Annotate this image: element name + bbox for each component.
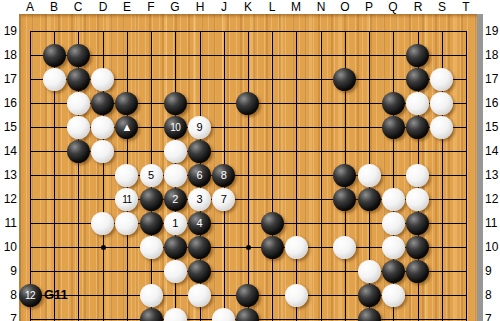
go-diagram: G11 ABCDEFGHJKLMNOPQRST19191818171716161… <box>0 0 500 321</box>
row-label-left-8: 8 <box>0 287 17 303</box>
column-label-D: D <box>94 1 112 14</box>
grid-line-vertical <box>296 31 297 321</box>
stone-P8[interactable] <box>358 284 381 307</box>
stone-O17[interactable] <box>333 68 356 91</box>
row-label-right-19: 19 <box>485 23 500 39</box>
stone-R16[interactable] <box>406 92 429 115</box>
stone-S16[interactable] <box>430 92 453 115</box>
column-label-A: A <box>21 1 39 14</box>
row-label-right-15: 15 <box>485 119 500 135</box>
stone-S17[interactable] <box>430 68 453 91</box>
stone-E11[interactable] <box>115 212 138 235</box>
row-label-right-11: 11 <box>485 215 500 231</box>
stone-M10[interactable] <box>285 236 308 259</box>
column-label-H: H <box>191 1 209 14</box>
stone-number: 10 <box>164 116 187 139</box>
row-label-left-18: 18 <box>0 47 17 63</box>
stone-R12[interactable] <box>406 188 429 211</box>
stone-number: 2 <box>164 188 187 211</box>
stone-J13[interactable]: 8 <box>212 164 235 187</box>
stone-number: 11 <box>115 188 138 211</box>
stone-O10[interactable] <box>333 236 356 259</box>
stone-B18[interactable] <box>43 44 66 67</box>
stone-R11[interactable] <box>406 212 429 235</box>
stone-Q15[interactable] <box>382 116 405 139</box>
stone-D15[interactable] <box>91 116 114 139</box>
stone-E16[interactable] <box>115 92 138 115</box>
stone-G10[interactable] <box>164 236 187 259</box>
star-point <box>246 245 251 250</box>
stone-P9[interactable] <box>358 260 381 283</box>
triangle-mark-icon: ▲ <box>115 116 138 139</box>
stone-C18[interactable] <box>67 44 90 67</box>
stone-D11[interactable] <box>91 212 114 235</box>
column-label-T: T <box>457 1 475 14</box>
stone-Q10[interactable] <box>382 236 405 259</box>
stone-H11[interactable]: 4 <box>188 212 211 235</box>
star-point <box>101 245 106 250</box>
stone-Q8[interactable] <box>382 284 405 307</box>
stone-Q9[interactable] <box>382 260 405 283</box>
column-label-J: J <box>215 1 233 14</box>
row-label-left-10: 10 <box>0 239 17 255</box>
stone-number: 9 <box>188 116 211 139</box>
stone-P12[interactable] <box>358 188 381 211</box>
row-label-left-12: 12 <box>0 191 17 207</box>
stone-R15[interactable] <box>406 116 429 139</box>
stone-H13[interactable]: 6 <box>188 164 211 187</box>
grid-line-vertical <box>248 31 249 321</box>
stone-D14[interactable] <box>91 140 114 163</box>
stone-G12[interactable]: 2 <box>164 188 187 211</box>
stone-F10[interactable] <box>140 236 163 259</box>
stone-F13[interactable]: 5 <box>140 164 163 187</box>
grid-line-vertical <box>466 31 467 321</box>
stone-H9[interactable] <box>188 260 211 283</box>
grid-line-horizontal <box>30 55 467 56</box>
row-label-right-8: 8 <box>485 287 500 303</box>
stone-K8[interactable] <box>236 284 259 307</box>
stone-Q12[interactable] <box>382 188 405 211</box>
stone-M8[interactable] <box>285 284 308 307</box>
column-label-P: P <box>360 1 378 14</box>
row-label-right-16: 16 <box>485 95 500 111</box>
stone-H10[interactable] <box>188 236 211 259</box>
row-label-left-11: 11 <box>0 215 17 231</box>
board-edge-shadow <box>477 14 483 321</box>
stone-number: 1 <box>164 212 187 235</box>
stone-C15[interactable] <box>67 116 90 139</box>
stone-H12[interactable]: 3 <box>188 188 211 211</box>
stone-E13[interactable] <box>115 164 138 187</box>
stone-number: 7 <box>212 188 235 211</box>
stone-D17[interactable] <box>91 68 114 91</box>
stone-B17[interactable] <box>43 68 66 91</box>
column-label-C: C <box>69 1 87 14</box>
row-label-left-15: 15 <box>0 119 17 135</box>
row-label-right-7: 7 <box>485 311 500 321</box>
row-label-right-12: 12 <box>485 191 500 207</box>
stone-O13[interactable] <box>333 164 356 187</box>
column-label-R: R <box>409 1 427 14</box>
stone-number: 4 <box>188 212 211 235</box>
stone-R9[interactable] <box>406 260 429 283</box>
column-label-B: B <box>45 1 63 14</box>
stone-G14[interactable] <box>164 140 187 163</box>
stone-number: 12 <box>19 284 42 307</box>
stone-E12[interactable]: 11 <box>115 188 138 211</box>
grid-line-vertical <box>30 31 31 321</box>
column-label-L: L <box>263 1 281 14</box>
column-label-G: G <box>166 1 184 14</box>
grid-line-horizontal <box>30 175 467 176</box>
stone-F11[interactable] <box>140 212 163 235</box>
row-label-left-7: 7 <box>0 311 17 321</box>
stone-L11[interactable] <box>261 212 284 235</box>
grid-line-vertical <box>321 31 322 321</box>
stone-D16[interactable] <box>91 92 114 115</box>
stone-C14[interactable] <box>67 140 90 163</box>
stone-H15[interactable]: 9 <box>188 116 211 139</box>
row-label-right-13: 13 <box>485 167 500 183</box>
stone-G15[interactable]: 10 <box>164 116 187 139</box>
row-label-right-9: 9 <box>485 263 500 279</box>
stone-J12[interactable]: 7 <box>212 188 235 211</box>
stone-H14[interactable] <box>188 140 211 163</box>
column-label-K: K <box>239 1 257 14</box>
column-label-O: O <box>336 1 354 14</box>
row-label-right-17: 17 <box>485 71 500 87</box>
row-label-left-13: 13 <box>0 167 17 183</box>
stone-H8[interactable] <box>188 284 211 307</box>
stone-K16[interactable] <box>236 92 259 115</box>
grid-line-vertical <box>272 31 273 321</box>
stone-number: 3 <box>188 188 211 211</box>
column-label-Q: Q <box>384 1 402 14</box>
stone-C17[interactable] <box>67 68 90 91</box>
stone-R18[interactable] <box>406 44 429 67</box>
stone-F12[interactable] <box>140 188 163 211</box>
stone-A8[interactable]: 12 <box>19 284 42 307</box>
stone-R10[interactable] <box>406 236 429 259</box>
stone-O12[interactable] <box>333 188 356 211</box>
stone-L10[interactable] <box>261 236 284 259</box>
stone-C16[interactable] <box>67 92 90 115</box>
stone-F8[interactable] <box>140 284 163 307</box>
row-label-left-14: 14 <box>0 143 17 159</box>
stone-number: 8 <box>212 164 235 187</box>
column-label-S: S <box>433 1 451 14</box>
stone-E15[interactable]: ▲ <box>115 116 138 139</box>
stone-R13[interactable] <box>406 164 429 187</box>
column-label-F: F <box>142 1 160 14</box>
column-label-M: M <box>287 1 305 14</box>
row-label-left-16: 16 <box>0 95 17 111</box>
stone-S15[interactable] <box>430 116 453 139</box>
stone-Q11[interactable] <box>382 212 405 235</box>
stone-G9[interactable] <box>164 260 187 283</box>
row-label-left-17: 17 <box>0 71 17 87</box>
column-label-E: E <box>118 1 136 14</box>
stone-P13[interactable] <box>358 164 381 187</box>
row-label-right-14: 14 <box>485 143 500 159</box>
stone-number: 6 <box>188 164 211 187</box>
row-label-left-19: 19 <box>0 23 17 39</box>
row-label-right-18: 18 <box>485 47 500 63</box>
stone-G11[interactable]: 1 <box>164 212 187 235</box>
grid-line-horizontal <box>30 31 467 32</box>
row-label-left-9: 9 <box>0 263 17 279</box>
stone-G16[interactable] <box>164 92 187 115</box>
stone-number: 5 <box>140 164 163 187</box>
row-label-right-10: 10 <box>485 239 500 255</box>
stone-G13[interactable] <box>164 164 187 187</box>
stone-Q16[interactable] <box>382 92 405 115</box>
move-note-text: G11 <box>44 287 78 303</box>
stone-R17[interactable] <box>406 68 429 91</box>
column-label-N: N <box>312 1 330 14</box>
